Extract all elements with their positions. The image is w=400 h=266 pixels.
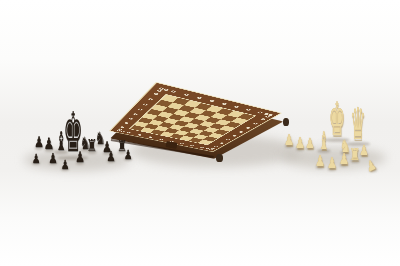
inlay-ring-dot	[265, 116, 271, 118]
piece-light-pawn: ♟	[295, 136, 305, 151]
board-grid	[129, 94, 257, 145]
board-foot-right	[283, 118, 289, 126]
inlay-ring-dot	[138, 108, 143, 110]
inlay-ring-dot	[124, 122, 129, 124]
inlay-ring-dot	[184, 93, 190, 96]
inlay-ring-dot	[180, 143, 185, 145]
inlay-ring-dot	[133, 113, 138, 115]
inlay-ring-dot	[238, 131, 243, 133]
inlay-ring-dot	[232, 135, 237, 137]
inlay-ring-dot	[219, 142, 224, 144]
inlay-ring-dot	[148, 98, 154, 101]
inlay-ring-dot	[190, 145, 195, 147]
inlay-ring-dot	[234, 106, 240, 108]
piece-light-pawn: ♟	[305, 136, 314, 150]
board-square	[198, 140, 212, 145]
scene: ♟♟♟♟♝♟♚♟♞♜♞♟♟♜♟♟♟♟♝♚♛♞♟♟♟♜♟♟	[0, 0, 400, 266]
inlay-ring-dot	[120, 131, 125, 133]
piece-dark-pawn: ♟	[106, 149, 115, 163]
piece-dark-pawn: ♟	[124, 148, 133, 161]
inlay-ring-dot	[260, 118, 266, 120]
inlay-ring-dot	[253, 123, 259, 125]
inlay-ring-dot	[245, 127, 250, 129]
piece-light-pawn: ♟	[359, 143, 368, 157]
piece-light-pawn: ♟	[284, 133, 294, 148]
inlay-ring-dot	[163, 88, 169, 91]
inlay-ring-dot	[128, 118, 133, 120]
inlay-ring-dot	[153, 92, 159, 95]
piece-light-pawn: ♟	[327, 156, 337, 171]
board-foot-front	[216, 154, 223, 162]
piece-light-pawn: ♟	[315, 154, 325, 169]
inlay-ring-dot	[137, 134, 142, 136]
inlay-ring-dot	[200, 147, 205, 149]
inlay-ring-dot	[245, 108, 251, 110]
inlay-ring-dot	[171, 90, 177, 93]
piece-dark-pawn: ♟	[32, 152, 41, 165]
inlay-ring-dot	[127, 132, 132, 134]
inlay-ring-dot	[257, 111, 263, 113]
inlay-ring-dot	[156, 89, 162, 92]
inlay-ring-dot	[148, 136, 153, 138]
piece-light-queen: ♛	[350, 102, 366, 146]
inlay-ring-dot	[159, 138, 164, 140]
piece-light-pawn: ♟	[339, 152, 349, 167]
inlay-ring-dot	[209, 100, 215, 103]
inlay-ring-dot	[143, 103, 148, 105]
inlay-ring-dot	[226, 139, 231, 141]
piece-dark-pawn: ♟	[34, 135, 44, 150]
inlay-ring-dot	[196, 97, 202, 100]
inlay-ring-dot	[221, 103, 227, 105]
